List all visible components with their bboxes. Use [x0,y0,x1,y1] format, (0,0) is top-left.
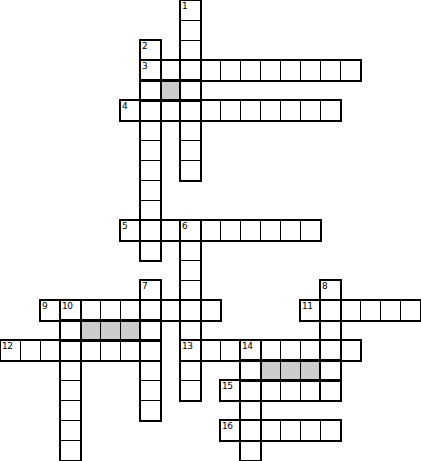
cell-r17-c10[interactable] [200,340,221,361]
cell-r17-c14[interactable] [280,340,301,361]
cell-r6-c7[interactable] [140,120,161,141]
cell-r5-c15[interactable] [300,100,321,121]
cell-r5-c8[interactable] [160,100,181,121]
cell-r5-c12[interactable] [240,100,261,121]
cell-r19-c16[interactable] [320,380,341,401]
cell-r19-c9[interactable] [180,380,201,401]
cell-r18-c12[interactable] [240,360,261,381]
cell-r15-c8[interactable] [160,300,181,321]
cell-r12-c9[interactable] [180,240,201,261]
cell-r17-c0[interactable] [0,340,21,361]
cell-r19-c12[interactable] [240,380,261,401]
cell-r19-c11[interactable] [220,380,241,401]
cell-r14-c7[interactable] [140,280,161,301]
cell-r5-c10[interactable] [200,100,221,121]
cell-r8-c7[interactable] [140,160,161,181]
cell-r6-c9[interactable] [180,120,201,141]
cell-r11-c8[interactable] [160,220,181,241]
cell-r17-c1[interactable] [20,340,41,361]
cell-r11-c12[interactable] [240,220,261,241]
cell-r15-c9[interactable] [180,300,201,321]
cell-r17-c13[interactable] [260,340,281,361]
cell-r22-c3[interactable] [60,440,81,461]
cell-r21-c3[interactable] [60,420,81,441]
cell-r20-c3[interactable] [60,400,81,421]
cell-r11-c15[interactable] [300,220,321,241]
cell-r3-c13[interactable] [260,60,281,81]
cell-r5-c9[interactable] [180,100,201,121]
cell-r11-c6[interactable] [120,220,141,241]
cell-r17-c2[interactable] [40,340,61,361]
cell-r15-c3[interactable] [60,300,81,321]
cell-r17-c12[interactable] [240,340,261,361]
cell-r20-c7[interactable] [140,400,161,421]
cell-r17-c15[interactable] [300,340,321,361]
cell-r15-c6[interactable] [120,300,141,321]
cell-r14-c9[interactable] [180,280,201,301]
cell-r21-c11[interactable] [220,420,241,441]
cell-r3-c12[interactable] [240,60,261,81]
cell-r15-c20[interactable] [400,300,421,321]
cell-r11-c7[interactable] [140,220,161,241]
cell-r18-c13-shaded[interactable] [260,360,281,381]
cell-r7-c9[interactable] [180,140,201,161]
cell-r17-c9[interactable] [180,340,201,361]
cell-r15-c10[interactable] [200,300,221,321]
cell-r5-c11[interactable] [220,100,241,121]
cell-r16-c6-shaded[interactable] [120,320,141,341]
cell-r3-c7[interactable] [140,60,161,81]
cell-r18-c14-shaded[interactable] [280,360,301,381]
cell-r1-c9[interactable] [180,20,201,41]
cell-r19-c7[interactable] [140,380,161,401]
cell-r17-c5[interactable] [100,340,121,361]
cell-r15-c17[interactable] [340,300,361,321]
cell-r7-c7[interactable] [140,140,161,161]
cell-r15-c19[interactable] [380,300,401,321]
cell-r15-c5[interactable] [100,300,121,321]
cell-r11-c14[interactable] [280,220,301,241]
cell-r21-c14[interactable] [280,420,301,441]
cell-r21-c15[interactable] [300,420,321,441]
cell-r4-c7[interactable] [140,80,161,101]
cell-r3-c9[interactable] [180,60,201,81]
cell-r10-c7[interactable] [140,200,161,221]
cell-r8-c9[interactable] [180,160,201,181]
cell-r16-c3[interactable] [60,320,81,341]
cell-r11-c10[interactable] [200,220,221,241]
cell-r16-c16[interactable] [320,320,341,341]
cell-r19-c14[interactable] [280,380,301,401]
cell-r3-c15[interactable] [300,60,321,81]
cell-r3-c10[interactable] [200,60,221,81]
cell-r15-c4[interactable] [80,300,101,321]
cell-r16-c4-shaded[interactable] [80,320,101,341]
cell-r18-c15-shaded[interactable] [300,360,321,381]
cell-r18-c9[interactable] [180,360,201,381]
cell-r17-c16[interactable] [320,340,341,361]
cell-r15-c15[interactable] [300,300,321,321]
cell-r22-c12[interactable] [240,440,261,461]
crossword-grid: 12345678910111213141516 [0,0,421,461]
cell-r11-c11[interactable] [220,220,241,241]
cell-r21-c16[interactable] [320,420,341,441]
cell-r4-c9[interactable] [180,80,201,101]
cell-r9-c7[interactable] [140,180,161,201]
cell-r19-c3[interactable] [60,380,81,401]
cell-r19-c13[interactable] [260,380,281,401]
cell-r2-c9[interactable] [180,40,201,61]
cell-r21-c12[interactable] [240,420,261,441]
cell-r17-c6[interactable] [120,340,141,361]
cell-r3-c14[interactable] [280,60,301,81]
cell-r0-c9[interactable] [180,0,201,21]
cell-r16-c7[interactable] [140,320,161,341]
cell-r18-c7[interactable] [140,360,161,381]
cell-r5-c13[interactable] [260,100,281,121]
cell-r3-c16[interactable] [320,60,341,81]
cell-r12-c7[interactable] [140,240,161,261]
cell-r17-c7[interactable] [140,340,161,361]
cell-r5-c7[interactable] [140,100,161,121]
cell-r15-c2[interactable] [40,300,61,321]
cell-r20-c12[interactable] [240,400,261,421]
cell-r3-c11[interactable] [220,60,241,81]
cell-r13-c9[interactable] [180,260,201,281]
cell-r18-c3[interactable] [60,360,81,381]
cell-r3-c17[interactable] [340,60,361,81]
cell-r17-c4[interactable] [80,340,101,361]
cell-r15-c7[interactable] [140,300,161,321]
cell-r3-c8[interactable] [160,60,181,81]
cell-r5-c6[interactable] [120,100,141,121]
cell-r21-c13[interactable] [260,420,281,441]
cell-r15-c16[interactable] [320,300,341,321]
cell-r15-c18[interactable] [360,300,381,321]
cell-r11-c9[interactable] [180,220,201,241]
cell-r5-c14[interactable] [280,100,301,121]
cell-r5-c16[interactable] [320,100,341,121]
cell-r17-c3[interactable] [60,340,81,361]
cell-r17-c11[interactable] [220,340,241,361]
cell-r14-c16[interactable] [320,280,341,301]
cell-r11-c13[interactable] [260,220,281,241]
cell-r18-c16[interactable] [320,360,341,381]
cell-r17-c17[interactable] [340,340,361,361]
cell-r4-c8-shaded[interactable] [160,80,181,101]
cell-r19-c15[interactable] [300,380,321,401]
cell-r16-c5-shaded[interactable] [100,320,121,341]
cell-r16-c9[interactable] [180,320,201,341]
cell-r2-c7[interactable] [140,40,161,61]
